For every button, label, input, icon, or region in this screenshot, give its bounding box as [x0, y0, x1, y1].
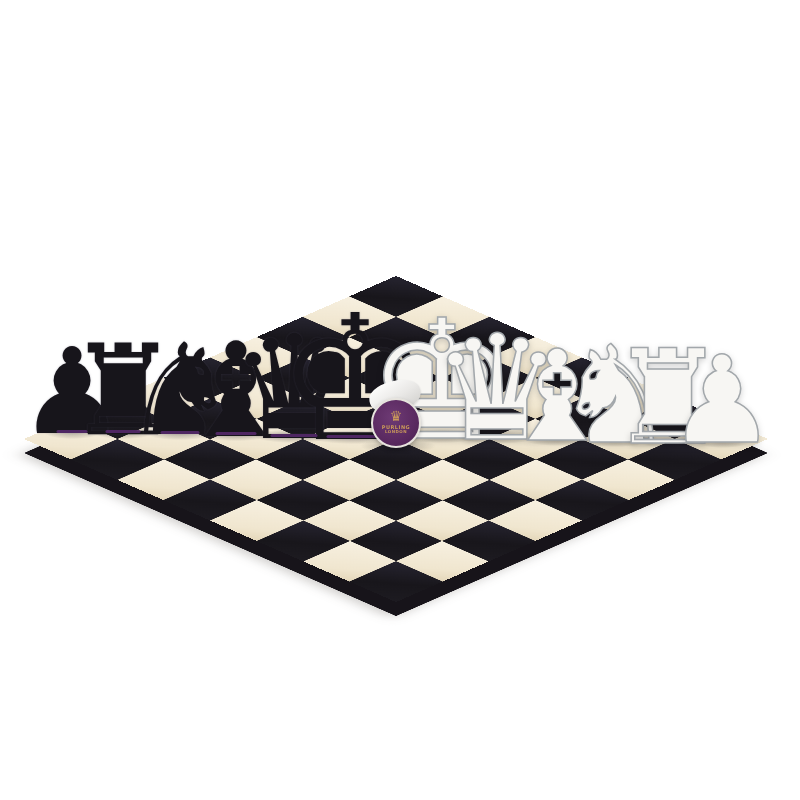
product-photo: ♟♜♞♝♛♚♚♛♝♞♜♟ ♛ PURLING LONDON — [0, 0, 800, 800]
crown-logo-icon: ♛ — [390, 409, 403, 423]
felt-edge — [106, 430, 141, 433]
felt-edge — [271, 434, 318, 437]
felt-edge — [161, 431, 200, 434]
piece-white-pawn: ♟ — [668, 340, 776, 461]
felt-base: ♛ PURLING LONDON — [371, 398, 421, 448]
felt-edge — [216, 432, 257, 435]
brand-name-line2: LONDON — [385, 430, 407, 435]
felt-edge — [57, 430, 88, 433]
